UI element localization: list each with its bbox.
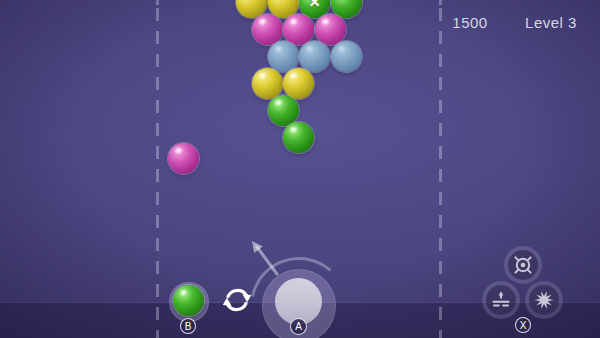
level-label: Level 3	[520, 14, 582, 31]
bubble-pink	[252, 14, 283, 45]
bubble-blue	[299, 41, 330, 72]
bubble-shine	[255, 15, 268, 27]
bubble-shine	[287, 69, 300, 81]
bubble-shine	[287, 15, 300, 27]
bubble-shine	[334, 42, 347, 54]
bubble-shine	[318, 15, 331, 27]
bubble-yellow	[283, 68, 314, 99]
left-boundary-line	[156, 0, 159, 338]
bubble-shine	[303, 42, 316, 54]
next-badge-b: B	[180, 318, 196, 334]
bubble-shine	[287, 123, 300, 135]
bubble-shine	[177, 287, 190, 299]
next-bubble	[173, 285, 204, 316]
powerup-lift-button[interactable]	[482, 281, 520, 319]
starburst-icon	[532, 288, 556, 312]
launcher-badge-a: A	[290, 318, 307, 335]
bubble-shine	[255, 69, 268, 81]
bubble-shine	[271, 96, 284, 108]
bubble-green	[268, 95, 299, 126]
bubble-blue	[331, 41, 362, 72]
bubble-yellow	[252, 68, 283, 99]
bubble-shine	[171, 144, 184, 156]
flying-bubble-pink	[168, 143, 199, 174]
right-boundary-line	[439, 0, 442, 338]
score-value: 1500	[444, 14, 496, 31]
bubble-shine	[271, 42, 284, 54]
crosshair-target-icon	[511, 253, 535, 277]
bubble-pink	[283, 14, 314, 45]
powerup-target-button[interactable]	[504, 246, 542, 284]
game-stage: 1500 Level 3 ✕ A B	[0, 0, 600, 338]
bubble-blue	[268, 41, 299, 72]
powerups-badge-x: X	[515, 317, 531, 333]
swap-arrows-icon[interactable]	[219, 282, 255, 318]
bubble-green	[283, 122, 314, 153]
powerup-burst-button[interactable]	[525, 281, 563, 319]
arrow-up-platform-icon	[489, 288, 513, 312]
bubble-pink	[315, 14, 346, 45]
